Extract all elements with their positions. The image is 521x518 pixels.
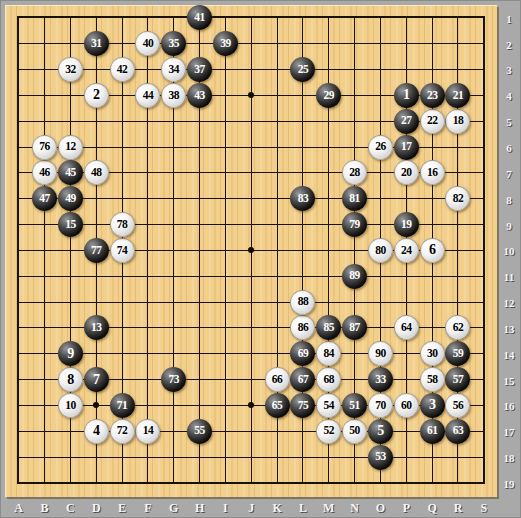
stone-move-number: 5 [377, 424, 384, 438]
col-label-B: B [35, 501, 55, 515]
stone-move-number: 16 [427, 167, 438, 179]
col-label-D: D [86, 501, 106, 515]
stone-white-18-R5[interactable]: 18 [445, 109, 470, 134]
stone-move-number: 79 [349, 219, 360, 231]
stone-white-32-C3[interactable]: 32 [58, 57, 83, 82]
col-label-E: E [112, 501, 132, 515]
stone-move-number: 58 [427, 374, 438, 386]
stone-white-42-E3[interactable]: 42 [110, 57, 135, 82]
stone-white-24-P10[interactable]: 24 [394, 238, 419, 263]
stone-move-number: 63 [453, 425, 464, 437]
stone-black-51-N16[interactable]: 51 [342, 393, 367, 418]
stone-move-number: 67 [298, 374, 309, 386]
stone-move-number: 89 [349, 270, 360, 282]
stone-move-number: 14 [143, 425, 154, 437]
stone-black-23-Q4[interactable]: 23 [420, 83, 445, 108]
stone-move-number: 81 [349, 193, 360, 205]
stone-move-number: 68 [324, 374, 335, 386]
stone-white-2-D4[interactable]: 2 [84, 83, 109, 108]
stone-move-number: 69 [298, 348, 309, 360]
stone-black-53-O18[interactable]: 53 [368, 445, 393, 470]
stone-move-number: 8 [67, 373, 74, 387]
stone-move-number: 82 [453, 193, 464, 205]
row-label-14: 14 [497, 348, 521, 362]
stone-move-number: 51 [349, 400, 360, 412]
stone-black-15-C9[interactable]: 15 [58, 212, 83, 237]
stone-black-19-P9[interactable]: 19 [394, 212, 419, 237]
stone-move-number: 64 [401, 322, 412, 334]
col-label-G: G [164, 501, 184, 515]
stone-white-20-P7[interactable]: 20 [394, 160, 419, 185]
stone-white-50-N17[interactable]: 50 [342, 419, 367, 444]
stone-black-79-N9[interactable]: 79 [342, 212, 367, 237]
stone-white-52-M17[interactable]: 52 [316, 419, 341, 444]
stone-move-number: 33 [375, 374, 386, 386]
stone-move-number: 72 [117, 425, 128, 437]
stone-move-number: 57 [453, 374, 464, 386]
stone-move-number: 76 [39, 141, 50, 153]
stone-move-number: 13 [91, 322, 102, 334]
stone-move-number: 85 [324, 322, 335, 334]
stone-white-72-E17[interactable]: 72 [110, 419, 135, 444]
row-label-17: 17 [497, 425, 521, 439]
stone-black-9-C14[interactable]: 9 [58, 341, 83, 366]
stone-move-number: 52 [324, 425, 335, 437]
stone-move-number: 3 [429, 398, 436, 412]
stone-move-number: 87 [349, 322, 360, 334]
col-label-M: M [319, 501, 339, 515]
stone-black-33-O15[interactable]: 33 [368, 367, 393, 392]
col-label-K: K [267, 501, 287, 515]
stone-move-number: 37 [194, 64, 205, 76]
col-label-N: N [345, 501, 365, 515]
stone-white-12-C6[interactable]: 12 [58, 135, 83, 160]
stone-black-49-C8[interactable]: 49 [58, 186, 83, 211]
stone-white-54-M16[interactable]: 54 [316, 393, 341, 418]
goban[interactable]: 1234567891012131415161718192021222324252… [5, 5, 497, 497]
stone-black-65-K16[interactable]: 65 [265, 393, 290, 418]
stone-move-number: 12 [65, 141, 76, 153]
stone-black-39-I2[interactable]: 39 [213, 31, 238, 56]
stone-white-58-Q15[interactable]: 58 [420, 367, 445, 392]
stone-move-number: 15 [65, 219, 76, 231]
stone-move-number: 26 [375, 141, 386, 153]
col-label-I: I [215, 501, 235, 515]
stone-white-60-P16[interactable]: 60 [394, 393, 419, 418]
stone-white-74-E10[interactable]: 74 [110, 238, 135, 263]
row-label-12: 12 [497, 296, 521, 310]
stone-move-number: 75 [298, 400, 309, 412]
stone-black-29-M4[interactable]: 29 [316, 83, 341, 108]
stone-black-55-H17[interactable]: 55 [187, 419, 212, 444]
stone-black-27-P5[interactable]: 27 [394, 109, 419, 134]
col-label-L: L [293, 501, 313, 515]
stone-black-89-N11[interactable]: 89 [342, 264, 367, 289]
row-label-3: 3 [497, 63, 521, 77]
row-label-16: 16 [497, 399, 521, 413]
col-label-A: A [9, 501, 29, 515]
stone-move-number: 35 [168, 38, 179, 50]
stone-black-5-O17[interactable]: 5 [368, 419, 393, 444]
stone-move-number: 23 [427, 90, 438, 102]
stone-white-38-G4[interactable]: 38 [161, 83, 186, 108]
stone-move-number: 45 [65, 167, 76, 179]
stone-black-13-D13[interactable]: 13 [84, 315, 109, 340]
stone-move-number: 6 [429, 243, 436, 257]
stone-move-number: 53 [375, 451, 386, 463]
stone-move-number: 32 [65, 64, 76, 76]
stone-white-26-O6[interactable]: 26 [368, 135, 393, 160]
col-label-F: F [138, 501, 158, 515]
stone-move-number: 21 [453, 90, 464, 102]
row-label-13: 13 [497, 322, 521, 336]
col-label-R: R [448, 501, 468, 515]
stone-move-number: 24 [401, 245, 412, 257]
col-label-P: P [396, 501, 416, 515]
stone-move-number: 61 [427, 425, 438, 437]
stone-move-number: 19 [401, 219, 412, 231]
stone-move-number: 66 [272, 374, 283, 386]
stone-white-80-O10[interactable]: 80 [368, 238, 393, 263]
row-label-8: 8 [497, 193, 521, 207]
stone-white-90-O14[interactable]: 90 [368, 341, 393, 366]
row-label-1: 1 [497, 12, 521, 26]
stone-white-76-B6[interactable]: 76 [32, 135, 57, 160]
stone-white-22-Q5[interactable]: 22 [420, 109, 445, 134]
stone-white-70-O16[interactable]: 70 [368, 393, 393, 418]
stone-black-7-D15[interactable]: 7 [84, 367, 109, 392]
stone-black-31-D2[interactable]: 31 [84, 31, 109, 56]
row-label-15: 15 [497, 374, 521, 388]
stone-white-16-Q7[interactable]: 16 [420, 160, 445, 185]
row-label-10: 10 [497, 244, 521, 258]
stone-white-66-K15[interactable]: 66 [265, 367, 290, 392]
stone-white-30-Q14[interactable]: 30 [420, 341, 445, 366]
row-label-19: 19 [497, 477, 521, 491]
stone-move-number: 10 [65, 400, 76, 412]
stone-move-number: 71 [117, 400, 128, 412]
stone-move-number: 27 [401, 115, 412, 127]
stone-move-number: 50 [349, 425, 360, 437]
col-label-O: O [370, 501, 390, 515]
row-label-4: 4 [497, 89, 521, 103]
stone-move-number: 47 [39, 193, 50, 205]
row-label-6: 6 [497, 141, 521, 155]
stone-move-number: 74 [117, 245, 128, 257]
stone-move-number: 4 [93, 424, 100, 438]
stone-move-number: 83 [298, 193, 309, 205]
stone-white-14-F17[interactable]: 14 [135, 419, 160, 444]
stone-move-number: 17 [401, 141, 412, 153]
row-label-2: 2 [497, 38, 521, 52]
col-label-S: S [474, 501, 494, 515]
stone-move-number: 38 [168, 90, 179, 102]
col-label-J: J [241, 501, 261, 515]
go-board-diagram: 1234567891012131415161718192021222324252… [0, 0, 521, 518]
stone-move-number: 30 [427, 348, 438, 360]
stone-black-17-P6[interactable]: 17 [394, 135, 419, 160]
stone-move-number: 39 [220, 38, 231, 50]
stone-move-number: 46 [39, 167, 50, 179]
stone-white-88-L12[interactable]: 88 [290, 290, 315, 315]
stone-move-number: 49 [65, 193, 76, 205]
stone-move-number: 77 [91, 245, 102, 257]
stone-move-number: 65 [272, 400, 283, 412]
stone-black-71-E16[interactable]: 71 [110, 393, 135, 418]
stone-black-1-P4[interactable]: 1 [394, 83, 419, 108]
stone-move-number: 62 [453, 322, 464, 334]
col-label-H: H [190, 501, 210, 515]
stone-move-number: 48 [91, 167, 102, 179]
stone-move-number: 70 [375, 400, 386, 412]
row-label-5: 5 [497, 115, 521, 129]
col-label-C: C [60, 501, 80, 515]
stone-white-8-C15[interactable]: 8 [58, 367, 83, 392]
stone-move-number: 55 [194, 425, 205, 437]
stone-move-number: 88 [298, 296, 309, 308]
row-label-7: 7 [497, 167, 521, 181]
stone-move-number: 22 [427, 115, 438, 127]
row-label-9: 9 [497, 219, 521, 233]
stone-black-43-H4[interactable]: 43 [187, 83, 212, 108]
stone-move-number: 2 [93, 88, 100, 102]
stone-move-number: 7 [93, 373, 100, 387]
row-label-18: 18 [497, 451, 521, 465]
stone-move-number: 59 [453, 348, 464, 360]
stone-move-number: 41 [194, 12, 205, 24]
stone-move-number: 20 [401, 167, 412, 179]
col-label-Q: Q [422, 501, 442, 515]
stone-move-number: 40 [143, 38, 154, 50]
stone-move-number: 78 [117, 219, 128, 231]
stone-black-37-H3[interactable]: 37 [187, 57, 212, 82]
stone-move-number: 42 [117, 64, 128, 76]
stone-move-number: 25 [298, 64, 309, 76]
row-label-11: 11 [497, 270, 521, 284]
stone-move-number: 56 [453, 400, 464, 412]
stone-move-number: 9 [67, 347, 74, 361]
stone-move-number: 29 [324, 90, 335, 102]
stone-white-6-Q10[interactable]: 6 [420, 238, 445, 263]
stone-move-number: 34 [168, 64, 179, 76]
stone-move-number: 1 [403, 88, 410, 102]
stone-black-77-D10[interactable]: 77 [84, 238, 109, 263]
stone-move-number: 90 [375, 348, 386, 360]
stone-black-61-Q17[interactable]: 61 [420, 419, 445, 444]
stone-move-number: 80 [375, 245, 386, 257]
stone-move-number: 18 [453, 115, 464, 127]
stone-move-number: 44 [143, 90, 154, 102]
stone-white-48-D7[interactable]: 48 [84, 160, 109, 185]
stone-move-number: 84 [324, 348, 335, 360]
stone-move-number: 54 [324, 400, 335, 412]
stone-move-number: 43 [194, 90, 205, 102]
stone-move-number: 31 [91, 38, 102, 50]
stone-move-number: 60 [401, 400, 412, 412]
stone-move-number: 86 [298, 322, 309, 334]
stone-move-number: 28 [349, 167, 360, 179]
stone-white-10-C16[interactable]: 10 [58, 393, 83, 418]
stone-white-4-D17[interactable]: 4 [84, 419, 109, 444]
stone-move-number: 73 [168, 374, 179, 386]
stone-black-3-Q16[interactable]: 3 [420, 393, 445, 418]
stone-white-78-E9[interactable]: 78 [110, 212, 135, 237]
